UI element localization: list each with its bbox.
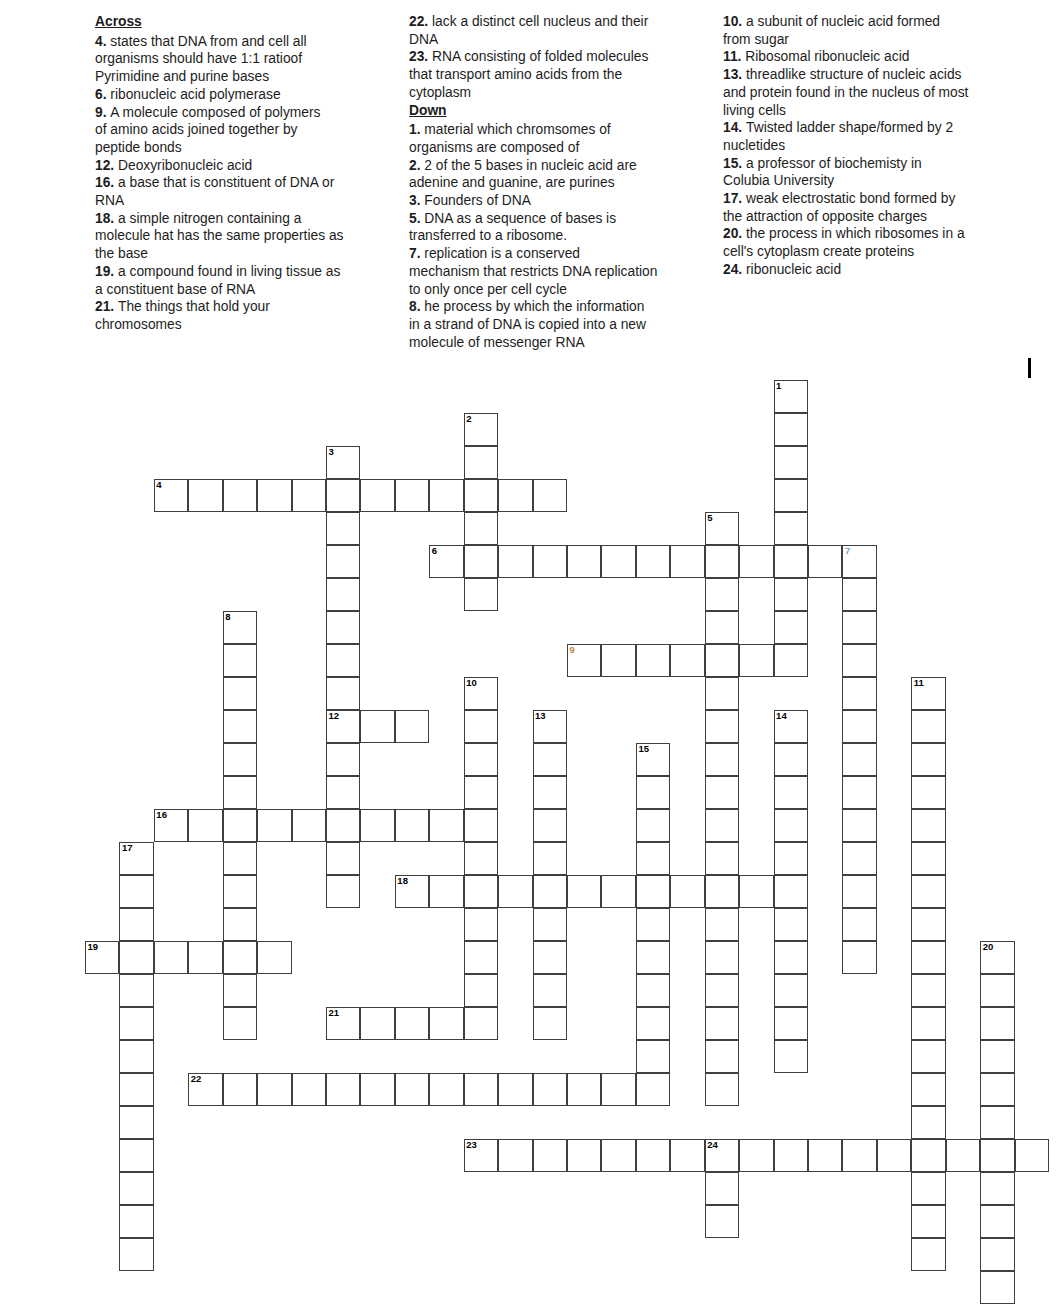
grid-cell[interactable] [360,710,394,743]
grid-cell[interactable] [119,1007,153,1040]
grid-cell[interactable] [223,644,257,677]
grid-cell[interactable] [326,875,360,908]
grid-cell[interactable] [326,1073,360,1106]
grid-cell[interactable] [911,1205,945,1238]
grid-cell[interactable] [498,1139,532,1172]
grid-cell[interactable] [911,1172,945,1205]
across-header: Across [95,13,409,31]
grid-cell[interactable] [774,413,808,446]
grid-cell[interactable] [705,1205,739,1238]
grid-cell[interactable] [292,479,326,512]
grid-cell[interactable] [567,1139,601,1172]
cell-number: 13 [535,710,546,721]
grid-cell[interactable] [911,1106,945,1139]
text-cursor [1028,358,1031,378]
grid-cell[interactable] [911,710,945,743]
grid-cell[interactable] [119,1172,153,1205]
grid-cell[interactable] [601,545,635,578]
grid-cell[interactable] [223,809,257,842]
grid-cell[interactable] [636,809,670,842]
grid-cell[interactable] [705,1040,739,1073]
grid-cell[interactable] [911,776,945,809]
grid-cell[interactable] [705,545,739,578]
grid-cell[interactable] [429,1073,463,1106]
grid-cell[interactable] [739,644,773,677]
cell-number: 3 [329,446,334,457]
clue-across-6: 6. ribonucleic acid polymerase [95,86,409,104]
grid-cell[interactable] [533,776,567,809]
grid-cell[interactable] [774,974,808,1007]
grid-cell[interactable] [395,1073,429,1106]
cell-number: 15 [638,743,649,754]
grid-cell[interactable] [636,776,670,809]
grid-cell[interactable] [739,545,773,578]
grid-cell[interactable] [223,1007,257,1040]
grid-cell[interactable] [774,875,808,908]
cell-number: 23 [466,1139,477,1150]
grid-cell[interactable] [980,1271,1014,1304]
grid-cell[interactable] [774,1007,808,1040]
grid-cell[interactable] [842,1139,876,1172]
cell-number: 17 [122,842,133,853]
grid-cell[interactable] [911,743,945,776]
grid-cell[interactable] [464,1073,498,1106]
grid-cell[interactable] [636,1073,670,1106]
grid-cell[interactable] [774,578,808,611]
down-header: Down [409,102,723,120]
grid-cell[interactable] [223,743,257,776]
grid-cell[interactable] [705,842,739,875]
grid-cell[interactable] [705,908,739,941]
grid-cell[interactable] [464,512,498,545]
grid-cell[interactable] [601,1139,635,1172]
cell-number: 11 [914,677,924,688]
grid-cell[interactable] [395,1007,429,1040]
grid-cell[interactable] [498,479,532,512]
grid-cell[interactable] [119,908,153,941]
grid-cell[interactable]: 3 [326,446,360,479]
grid-cell[interactable] [464,908,498,941]
grid-cell[interactable] [774,545,808,578]
grid-cell[interactable] [980,1139,1014,1172]
clue-number: 20. [723,226,746,241]
grid-cell[interactable] [705,1007,739,1040]
clue-number: 16. [95,175,118,190]
grid-cell[interactable] [223,941,257,974]
grid-cell[interactable] [154,941,188,974]
grid-cell[interactable] [911,1238,945,1271]
grid-cell[interactable] [498,545,532,578]
grid-cell[interactable] [464,776,498,809]
grid-cell[interactable] [636,974,670,1007]
grid-cell[interactable] [533,1073,567,1106]
crossword-grid: 123456789101112131415161718192021222324 [85,380,1049,1304]
grid-cell[interactable] [533,479,567,512]
grid-cell[interactable]: 13 [533,710,567,743]
grid-cell[interactable] [119,1073,153,1106]
grid-cell[interactable]: 5 [705,512,739,545]
clue-down-3: 3. Founders of DNA [409,192,723,210]
grid-cell[interactable] [670,1139,704,1172]
grid-cell[interactable] [119,974,153,1007]
clue-number: 18. [95,211,118,226]
grid-cell[interactable] [980,1073,1014,1106]
grid-cell[interactable] [326,479,360,512]
grid-cell[interactable] [808,545,842,578]
grid-cell[interactable] [705,809,739,842]
grid-cell[interactable] [980,974,1014,1007]
clue-down-15: 15. a professor of biochemisty in Colubi… [723,155,1037,190]
grid-cell[interactable] [326,644,360,677]
grid-cell[interactable] [842,578,876,611]
cell-number: 5 [707,512,712,523]
grid-cell[interactable] [911,842,945,875]
grid-cell[interactable]: 20 [980,941,1014,974]
grid-cell[interactable] [705,677,739,710]
cell-number: 2 [466,413,471,424]
grid-cell[interactable] [188,479,222,512]
clue-number: 6. [95,87,110,102]
grid-cell[interactable]: 16 [154,809,188,842]
grid-cell[interactable] [705,875,739,908]
grid-cell[interactable] [533,1139,567,1172]
grid-cell[interactable] [911,875,945,908]
grid-cell[interactable] [980,1040,1014,1073]
grid-cell[interactable] [774,512,808,545]
grid-cell[interactable] [705,644,739,677]
grid-cell[interactable]: 24 [705,1139,739,1172]
grid-cell[interactable] [739,1139,773,1172]
clue-across-4: 4. states that DNA from and cell all org… [95,33,409,86]
clue-down-10: 10. a subunit of nucleic acid formed fro… [723,13,1037,48]
clue-across-19: 19. a compound found in living tissue as… [95,263,409,298]
grid-cell[interactable] [636,1139,670,1172]
grid-cell[interactable] [533,974,567,1007]
grid-cell[interactable]: 10 [464,677,498,710]
cell-number: 22 [191,1073,202,1084]
grid-cell[interactable] [119,1040,153,1073]
grid-cell[interactable] [533,875,567,908]
grid-cell[interactable] [636,842,670,875]
grid-cell[interactable] [774,743,808,776]
grid-cell[interactable] [326,743,360,776]
clue-number: 22. [409,14,432,29]
grid-cell[interactable]: 4 [154,479,188,512]
grid-cell[interactable]: 2 [464,413,498,446]
grid-cell[interactable] [395,710,429,743]
grid-cell[interactable] [705,974,739,1007]
grid-cell[interactable] [223,677,257,710]
grid-cell[interactable] [360,479,394,512]
clue-down-24: 24. ribonucleic acid [723,261,1037,279]
clue-across-21: 21. The things that hold your chromosome… [95,298,409,333]
grid-cell[interactable] [842,842,876,875]
clue-across-9: 9. A molecule composed of polymers of am… [95,104,409,157]
grid-cell[interactable] [464,578,498,611]
clue-number: 7. [409,246,424,261]
grid-cell[interactable] [636,545,670,578]
grid-cell[interactable] [842,809,876,842]
grid-cell[interactable] [705,743,739,776]
grid-cell[interactable] [774,1040,808,1073]
grid-cell[interactable] [223,776,257,809]
cell-number: 19 [88,941,99,952]
clue-number: 5. [409,211,424,226]
grid-cell[interactable] [464,743,498,776]
grid-cell[interactable] [842,941,876,974]
grid-cell[interactable] [601,1073,635,1106]
grid-cell[interactable] [842,908,876,941]
grid-cell[interactable] [911,1073,945,1106]
grid-cell[interactable]: 11 [911,677,945,710]
grid-cell[interactable] [670,545,704,578]
clue-across-16: 16. a base that is constituent of DNA or… [95,174,409,209]
grid-cell[interactable] [119,941,153,974]
grid-cell[interactable] [911,809,945,842]
grid-cell[interactable] [257,1073,291,1106]
grid-cell[interactable] [533,743,567,776]
grid-cell[interactable] [464,710,498,743]
grid-cell[interactable] [774,842,808,875]
grid-cell[interactable] [567,1073,601,1106]
grid-cell[interactable] [533,941,567,974]
grid-cell[interactable] [223,974,257,1007]
grid-cell[interactable] [705,941,739,974]
grid-cell[interactable] [842,644,876,677]
grid-cell[interactable] [670,875,704,908]
grid-cell[interactable] [911,941,945,974]
clue-number: 14. [723,120,746,135]
grid-cell[interactable] [774,941,808,974]
grid-cell[interactable] [670,644,704,677]
clue-column-2: 22. lack a distinct cell nucleus and the… [409,13,723,351]
grid-cell[interactable] [842,743,876,776]
clue-down-13: 13. threadlike structure of nucleic acid… [723,66,1037,119]
clue-number: 8. [409,299,424,314]
grid-cell[interactable] [326,545,360,578]
grid-cell[interactable] [326,512,360,545]
grid-cell[interactable] [946,1139,980,1172]
grid-cell[interactable] [326,842,360,875]
grid-cell[interactable] [533,842,567,875]
grid-cell[interactable] [464,974,498,1007]
grid-cell[interactable] [257,941,291,974]
grid-cell[interactable]: 23 [464,1139,498,1172]
grid-cell[interactable] [705,1172,739,1205]
grid-cell[interactable] [533,545,567,578]
clue-number: 23. [409,49,432,64]
clue-across-18: 18. a simple nitrogen containing a molec… [95,210,409,263]
grid-cell[interactable] [429,875,463,908]
grid-cell[interactable] [395,809,429,842]
grid-cell[interactable] [980,1238,1014,1271]
clue-number: 11. [723,49,745,64]
grid-cell[interactable] [326,578,360,611]
grid-cell[interactable] [877,1139,911,1172]
grid-cell[interactable] [533,809,567,842]
grid-cell[interactable] [774,776,808,809]
grid-cell[interactable] [223,479,257,512]
grid-cell[interactable] [360,1007,394,1040]
clue-number: 9. [95,105,110,120]
clue-number: 17. [723,191,746,206]
clue-number: 3. [409,193,424,208]
grid-cell[interactable] [601,644,635,677]
grid-cell[interactable]: 17 [119,842,153,875]
grid-cell[interactable] [119,1139,153,1172]
grid-cell[interactable] [911,974,945,1007]
grid-cell[interactable]: 21 [326,1007,360,1040]
grid-cell[interactable] [464,446,498,479]
grid-cell[interactable]: 18 [395,875,429,908]
grid-cell[interactable]: 6 [429,545,463,578]
grid-cell[interactable] [911,1040,945,1073]
grid-cell[interactable] [774,644,808,677]
grid-cell[interactable] [326,611,360,644]
cell-number: 6 [432,545,437,556]
grid-cell[interactable] [911,1139,945,1172]
clue-number: 24. [723,262,746,277]
cell-number: 16 [156,809,167,820]
grid-cell[interactable] [257,809,291,842]
grid-cell[interactable] [464,809,498,842]
grid-cell[interactable] [464,1007,498,1040]
clue-column-1: Across4. states that DNA from and cell a… [95,13,409,334]
grid-cell[interactable] [601,875,635,908]
grid-cell[interactable]: 1 [774,380,808,413]
grid-cell[interactable] [567,545,601,578]
clue-number: 12. [95,158,118,173]
grid-cell[interactable] [774,479,808,512]
grid-cell[interactable] [911,908,945,941]
grid-cell[interactable] [842,611,876,644]
grid-cell[interactable] [119,1106,153,1139]
grid-cell[interactable] [257,479,291,512]
grid-cell[interactable] [705,710,739,743]
grid-cell[interactable]: 19 [85,941,119,974]
grid-cell[interactable] [223,908,257,941]
clue-number: 10. [723,14,746,29]
grid-cell[interactable] [326,776,360,809]
grid-cell[interactable] [223,842,257,875]
grid-cell[interactable] [188,941,222,974]
grid-cell[interactable] [636,1040,670,1073]
grid-cell[interactable] [705,578,739,611]
clue-down-2: 2. 2 of the 5 bases in nucleic acid are … [409,157,723,192]
grid-cell[interactable] [326,677,360,710]
grid-cell[interactable] [705,776,739,809]
grid-cell[interactable]: 15 [636,743,670,776]
grid-cell[interactable] [533,1007,567,1040]
grid-cell[interactable] [429,809,463,842]
grid-cell[interactable]: 9 [567,644,601,677]
grid-cell[interactable] [774,908,808,941]
clue-across-22: 22. lack a distinct cell nucleus and the… [409,13,723,48]
clue-number: 2. [409,158,424,173]
grid-cell[interactable]: 12 [326,710,360,743]
clue-column-3: 10. a subunit of nucleic acid formed fro… [723,13,1037,279]
grid-cell[interactable] [188,809,222,842]
grid-cell[interactable] [808,1139,842,1172]
grid-cell[interactable] [567,875,601,908]
cell-number: 14 [776,710,787,721]
grid-cell[interactable] [705,611,739,644]
cell-number: 21 [329,1007,340,1018]
clue-across-23: 23. RNA consisting of folded molecules t… [409,48,723,101]
grid-cell[interactable] [119,1238,153,1271]
cell-number: 4 [156,479,161,490]
grid-cell[interactable] [429,479,463,512]
grid-cell[interactable] [223,710,257,743]
grid-cell[interactable] [774,809,808,842]
grid-cell[interactable] [842,710,876,743]
grid-cell[interactable] [636,941,670,974]
grid-cell[interactable] [774,1139,808,1172]
cell-number: 1 [776,380,781,391]
grid-cell[interactable] [980,1106,1014,1139]
clue-down-11: 11. Ribosomal ribonucleic acid [723,48,1037,66]
grid-cell[interactable] [911,1007,945,1040]
grid-cell[interactable] [395,479,429,512]
grid-cell[interactable] [739,875,773,908]
grid-cell[interactable] [774,611,808,644]
grid-cell[interactable]: 8 [223,611,257,644]
grid-cell[interactable] [464,479,498,512]
grid-cell[interactable] [980,1205,1014,1238]
grid-cell[interactable]: 22 [188,1073,222,1106]
cell-number: 9 [570,644,575,655]
grid-cell[interactable]: 7 [842,545,876,578]
grid-cell[interactable] [636,875,670,908]
grid-cell[interactable] [119,875,153,908]
grid-cell[interactable]: 14 [774,710,808,743]
grid-cell[interactable] [360,1073,394,1106]
grid-cell[interactable] [464,941,498,974]
grid-cell[interactable] [636,644,670,677]
grid-cell[interactable] [842,677,876,710]
grid-cell[interactable] [842,875,876,908]
clue-number: 1. [409,122,424,137]
grid-cell[interactable] [980,1172,1014,1205]
clue-down-5: 5. DNA as a sequence of bases is transfe… [409,210,723,245]
grid-cell[interactable] [292,809,326,842]
grid-cell[interactable] [429,1007,463,1040]
clue-number: 21. [95,299,118,314]
grid-cell[interactable] [498,1073,532,1106]
grid-cell[interactable] [119,1205,153,1238]
grid-cell[interactable] [636,1007,670,1040]
grid-cell[interactable] [360,809,394,842]
grid-cell[interactable] [223,875,257,908]
clue-down-7: 7. replication is a conserved mechanism … [409,245,723,298]
grid-cell[interactable] [842,776,876,809]
grid-cell[interactable] [464,842,498,875]
grid-cell[interactable] [498,875,532,908]
grid-cell[interactable] [223,1073,257,1106]
grid-cell[interactable] [326,809,360,842]
grid-cell[interactable] [533,908,567,941]
grid-cell[interactable] [636,908,670,941]
clue-across-12: 12. Deoxyribonucleic acid [95,157,409,175]
grid-cell[interactable] [980,1007,1014,1040]
grid-cell[interactable] [705,1073,739,1106]
grid-cell[interactable] [464,875,498,908]
grid-cell[interactable] [464,545,498,578]
grid-cell[interactable] [1015,1139,1049,1172]
grid-cell[interactable] [774,446,808,479]
grid-cell[interactable] [292,1073,326,1106]
clue-down-14: 14. Twisted ladder shape/formed by 2 nuc… [723,119,1037,154]
